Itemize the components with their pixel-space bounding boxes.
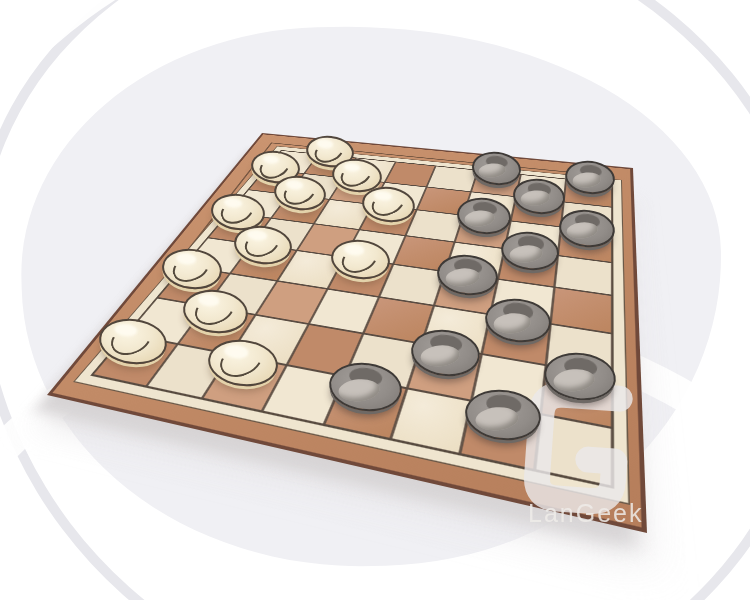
square-r7c5[interactable] <box>390 388 472 454</box>
square-r7c7[interactable] <box>534 413 613 487</box>
checkers-illustration-scene: ⛀⛂⛂⛀⛀⛂⛀⛀⛂⛂⛀⛂⛀⛀⛂⛀⛂⛀⛂⛂⛀⛀⛂⛂ LanGeek <box>0 0 750 600</box>
